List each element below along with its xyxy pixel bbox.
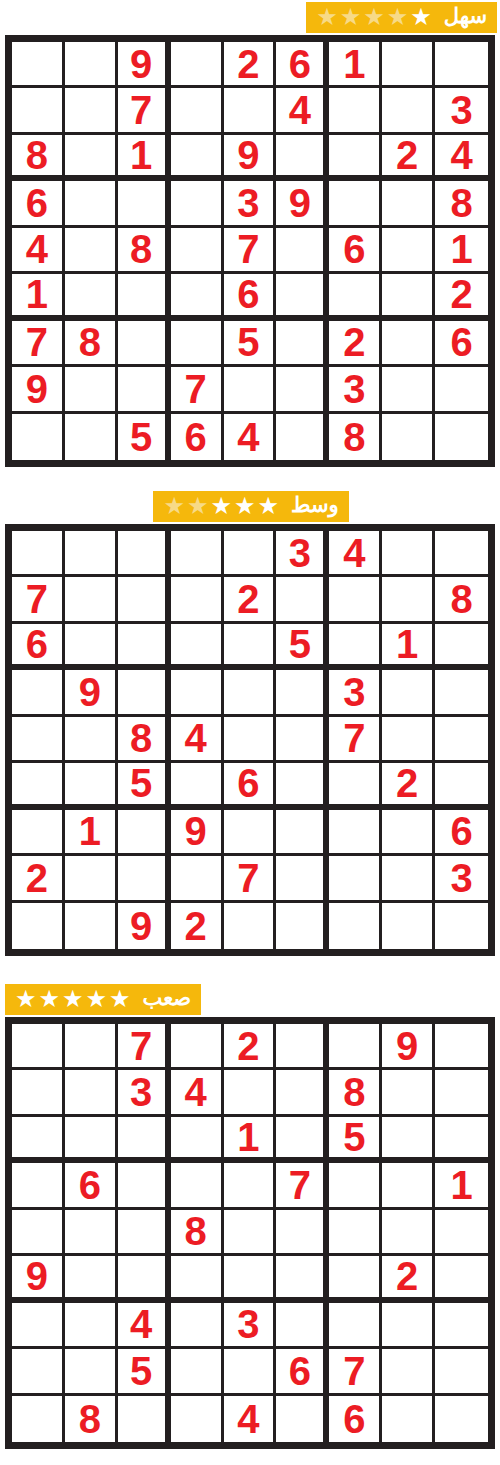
cell-r8c4[interactable] [171, 1349, 224, 1395]
cell-r2c8[interactable] [382, 577, 435, 623]
difficulty-banner-medium: ★★★★★ وسط [153, 491, 348, 522]
cell-r8c9[interactable] [435, 367, 488, 413]
cell-r3c5: 9 [224, 135, 277, 181]
cell-r6c3[interactable] [118, 274, 171, 320]
star-empty-icon: ★ [316, 5, 338, 29]
cell-r4c4[interactable] [171, 181, 224, 227]
cell-r9c6[interactable] [276, 1396, 329, 1442]
cell-r8c3: 5 [118, 1349, 171, 1395]
cell-r3c2[interactable] [65, 135, 118, 181]
cell-r7c6[interactable] [276, 321, 329, 367]
cell-r4c8[interactable] [382, 670, 435, 716]
cell-r7c8[interactable] [382, 321, 435, 367]
cell-r7c3[interactable] [118, 810, 171, 856]
cell-r3c8: 2 [382, 135, 435, 181]
cell-r1c5: 2 [224, 1024, 277, 1070]
banner-row-hard: ★★★★★ صعب [5, 984, 497, 1015]
cell-r5c3: 8 [118, 717, 171, 763]
cell-r3c6: 5 [276, 624, 329, 670]
difficulty-label-easy: سهل [444, 5, 487, 28]
cell-r5c4[interactable] [171, 228, 224, 274]
cell-r8c8[interactable] [382, 856, 435, 902]
cell-r4c8[interactable] [382, 181, 435, 227]
cell-r7c7[interactable] [329, 1303, 382, 1349]
cell-r3c5: 1 [224, 1117, 277, 1163]
sudoku-board-medium: 347286519384756219627392 [5, 524, 495, 956]
cell-r8c2[interactable] [65, 856, 118, 902]
cell-r2c7[interactable] [329, 577, 382, 623]
cell-r7c3[interactable] [118, 321, 171, 367]
cell-r5c3: 8 [118, 228, 171, 274]
cell-r5c9: 1 [435, 228, 488, 274]
cell-r6c1[interactable] [12, 763, 65, 809]
cell-r7c9[interactable] [435, 1303, 488, 1349]
banner-row-easy: ★★★★★ سهل [5, 2, 497, 33]
cell-r6c1: 1 [12, 274, 65, 320]
sudoku-board-easy: 926174381924639848761162785269735648 [5, 35, 495, 467]
cell-r6c5: 6 [224, 763, 277, 809]
cell-r3c4[interactable] [171, 135, 224, 181]
cell-r4c5[interactable] [224, 1163, 277, 1209]
cell-r2c4[interactable] [171, 88, 224, 134]
cell-r5c6[interactable] [276, 228, 329, 274]
cell-r1c6: 3 [276, 531, 329, 577]
cell-r4c6: 7 [276, 1163, 329, 1209]
cell-r8c1: 9 [12, 367, 65, 413]
star-filled-icon: ★ [234, 494, 256, 518]
cell-r1c2[interactable] [65, 42, 118, 88]
cell-r4c5[interactable] [224, 670, 277, 716]
cell-r9c3[interactable] [118, 1396, 171, 1442]
cell-r1c7: 1 [329, 42, 382, 88]
cell-r7c5: 3 [224, 1303, 277, 1349]
star-filled-icon: ★ [39, 987, 61, 1011]
cell-r4c6[interactable] [276, 670, 329, 716]
cell-r1c2[interactable] [65, 531, 118, 577]
cell-r1c3[interactable] [118, 531, 171, 577]
cell-r8c9: 3 [435, 856, 488, 902]
cell-r9c3: 5 [118, 414, 171, 460]
cell-r6c7[interactable] [329, 763, 382, 809]
cell-r6c3[interactable] [118, 1256, 171, 1302]
cell-r5c8[interactable] [382, 1210, 435, 1256]
cell-r1c8: 9 [382, 1024, 435, 1070]
cell-r5c4: 8 [171, 1210, 224, 1256]
cell-r2c6[interactable] [276, 1070, 329, 1116]
cell-r7c5: 5 [224, 321, 277, 367]
cell-r6c2[interactable] [65, 1256, 118, 1302]
cell-r8c8[interactable] [382, 367, 435, 413]
star-empty-icon: ★ [340, 5, 362, 29]
star-empty-icon: ★ [387, 5, 409, 29]
cell-r5c5: 7 [224, 228, 277, 274]
cell-r1c1[interactable] [12, 1024, 65, 1070]
star-empty-icon: ★ [163, 494, 185, 518]
cell-r9c8[interactable] [382, 1396, 435, 1442]
cell-r4c9: 8 [435, 181, 488, 227]
cell-r3c1[interactable] [12, 1117, 65, 1163]
cell-r5c1: 4 [12, 228, 65, 274]
star-empty-icon: ★ [363, 5, 385, 29]
cell-r1c7[interactable] [329, 1024, 382, 1070]
cell-r5c6[interactable] [276, 1210, 329, 1256]
cell-r1c9[interactable] [435, 1024, 488, 1070]
cell-r5c8[interactable] [382, 717, 435, 763]
cell-r3c8[interactable] [382, 1117, 435, 1163]
cell-r7c1: 7 [12, 321, 65, 367]
cell-r5c5[interactable] [224, 717, 277, 763]
cell-r2c3: 3 [118, 1070, 171, 1116]
cell-r8c5: 7 [224, 856, 277, 902]
difficulty-label-hard: صعب [143, 987, 192, 1010]
cell-r9c5: 4 [224, 1396, 277, 1442]
cell-r7c6[interactable] [276, 1303, 329, 1349]
cell-r6c2[interactable] [65, 274, 118, 320]
cell-r3c2[interactable] [65, 624, 118, 670]
cell-r2c9[interactable] [435, 1070, 488, 1116]
cell-r7c2: 8 [65, 321, 118, 367]
cell-r7c2: 1 [65, 810, 118, 856]
cell-r2c6: 4 [276, 88, 329, 134]
cell-r1c4[interactable] [171, 42, 224, 88]
cell-r9c7: 8 [329, 414, 382, 460]
cell-r2c7[interactable] [329, 88, 382, 134]
cell-r5c6[interactable] [276, 717, 329, 763]
cell-r2c6[interactable] [276, 577, 329, 623]
star-filled-icon: ★ [62, 987, 84, 1011]
cell-r9c5: 4 [224, 414, 277, 460]
cell-r9c2[interactable] [65, 414, 118, 460]
cell-r2c1[interactable] [12, 1070, 65, 1116]
cell-r8c7[interactable] [329, 856, 382, 902]
cell-r9c9[interactable] [435, 414, 488, 460]
cell-r1c8[interactable] [382, 42, 435, 88]
cell-r3c4[interactable] [171, 1117, 224, 1163]
difficulty-banner-hard: ★★★★★ صعب [5, 984, 201, 1015]
cell-r7c1[interactable] [12, 1303, 65, 1349]
cell-r3c3[interactable] [118, 1117, 171, 1163]
cell-r7c2[interactable] [65, 1303, 118, 1349]
cell-r8c4: 7 [171, 367, 224, 413]
cell-r3c7[interactable] [329, 135, 382, 181]
cell-r1c4[interactable] [171, 1024, 224, 1070]
cell-r6c5: 6 [224, 274, 277, 320]
cell-r2c8[interactable] [382, 88, 435, 134]
cell-r6c7[interactable] [329, 1256, 382, 1302]
cell-r7c6[interactable] [276, 810, 329, 856]
cell-r1c9[interactable] [435, 531, 488, 577]
cell-r6c6[interactable] [276, 763, 329, 809]
cell-r5c3[interactable] [118, 1210, 171, 1256]
cell-r1c6[interactable] [276, 1024, 329, 1070]
cell-r8c6: 6 [276, 1349, 329, 1395]
cell-r6c6[interactable] [276, 1256, 329, 1302]
cell-r7c4[interactable] [171, 1303, 224, 1349]
cell-r5c2[interactable] [65, 1210, 118, 1256]
cell-r5c7: 6 [329, 228, 382, 274]
cell-r2c8[interactable] [382, 1070, 435, 1116]
cell-r1c7: 4 [329, 531, 382, 577]
cell-r2c5: 2 [224, 577, 277, 623]
cell-r8c2[interactable] [65, 367, 118, 413]
cell-r6c5[interactable] [224, 1256, 277, 1302]
cell-r2c9: 3 [435, 88, 488, 134]
sudoku-board-hard: 7293481567189243567846 [5, 1017, 495, 1449]
cell-r9c1[interactable] [12, 414, 65, 460]
cell-r6c2[interactable] [65, 763, 118, 809]
cell-r5c4: 4 [171, 717, 224, 763]
cell-r7c8[interactable] [382, 1303, 435, 1349]
cell-r8c5[interactable] [224, 367, 277, 413]
cell-r6c4[interactable] [171, 763, 224, 809]
cell-r4c3[interactable] [118, 670, 171, 716]
cell-r7c4: 9 [171, 810, 224, 856]
cell-r9c4[interactable] [171, 1396, 224, 1442]
cell-r2c7: 8 [329, 1070, 382, 1116]
cell-r5c5[interactable] [224, 1210, 277, 1256]
cell-r9c2: 8 [65, 1396, 118, 1442]
cell-r5c7[interactable] [329, 1210, 382, 1256]
cell-r2c9: 8 [435, 577, 488, 623]
star-empty-icon: ★ [187, 494, 209, 518]
cell-r1c1[interactable] [12, 531, 65, 577]
cell-r9c3: 9 [118, 903, 171, 949]
cell-r4c9[interactable] [435, 670, 488, 716]
cell-r3c6[interactable] [276, 1117, 329, 1163]
cell-r8c1[interactable] [12, 1349, 65, 1395]
cell-r4c2: 9 [65, 670, 118, 716]
cell-r6c7[interactable] [329, 274, 382, 320]
cell-r7c7: 2 [329, 321, 382, 367]
cell-r1c3: 9 [118, 42, 171, 88]
cell-r7c8[interactable] [382, 810, 435, 856]
cell-r4c7: 3 [329, 670, 382, 716]
cell-r8c9[interactable] [435, 1349, 488, 1395]
cell-r2c4[interactable] [171, 577, 224, 623]
cell-r2c1: 7 [12, 577, 65, 623]
cell-r4c2[interactable] [65, 181, 118, 227]
cell-r4c3[interactable] [118, 1163, 171, 1209]
cell-r9c6[interactable] [276, 903, 329, 949]
cell-r7c9: 6 [435, 321, 488, 367]
cell-r6c4[interactable] [171, 1256, 224, 1302]
cell-r7c4[interactable] [171, 321, 224, 367]
cell-r6c8: 2 [382, 1256, 435, 1302]
cell-r2c5[interactable] [224, 1070, 277, 1116]
cell-r1c4[interactable] [171, 531, 224, 577]
cell-r3c2[interactable] [65, 1117, 118, 1163]
cell-r3c4[interactable] [171, 624, 224, 670]
star-filled-icon: ★ [109, 987, 131, 1011]
cell-r2c2[interactable] [65, 88, 118, 134]
cell-r8c2[interactable] [65, 1349, 118, 1395]
star-filled-icon: ★ [257, 494, 279, 518]
cell-r6c4[interactable] [171, 274, 224, 320]
cell-r4c9: 1 [435, 1163, 488, 1209]
cell-r9c6[interactable] [276, 414, 329, 460]
cell-r1c2[interactable] [65, 1024, 118, 1070]
cell-r3c3: 1 [118, 135, 171, 181]
cell-r9c1[interactable] [12, 1396, 65, 1442]
puzzle-easy: ★★★★★ سهل 926174381924639848761162785269… [0, 2, 500, 467]
cell-r7c9: 6 [435, 810, 488, 856]
cell-r6c6[interactable] [276, 274, 329, 320]
star-filled-icon: ★ [210, 494, 232, 518]
cell-r3c1: 8 [12, 135, 65, 181]
cell-r9c7[interactable] [329, 903, 382, 949]
cell-r3c8: 1 [382, 624, 435, 670]
cell-r4c1: 6 [12, 181, 65, 227]
cell-r4c8[interactable] [382, 1163, 435, 1209]
cell-r9c2[interactable] [65, 903, 118, 949]
cell-r9c5[interactable] [224, 903, 277, 949]
cell-r2c3[interactable] [118, 577, 171, 623]
cell-r9c9[interactable] [435, 1396, 488, 1442]
banner-row-medium: ★★★★★ وسط [5, 491, 497, 522]
cell-r6c1: 9 [12, 1256, 65, 1302]
cell-r2c5[interactable] [224, 88, 277, 134]
difficulty-stars-easy: ★★★★★ [316, 5, 432, 29]
cell-r1c5[interactable] [224, 531, 277, 577]
cell-r2c2[interactable] [65, 577, 118, 623]
difficulty-banner-easy: ★★★★★ سهل [306, 2, 497, 33]
cell-r6c8: 2 [382, 763, 435, 809]
cell-r4c6: 9 [276, 181, 329, 227]
cell-r3c1: 6 [12, 624, 65, 670]
cell-r4c5: 3 [224, 181, 277, 227]
cell-r2c3: 7 [118, 88, 171, 134]
cell-r3c7[interactable] [329, 624, 382, 670]
cell-r1c3: 7 [118, 1024, 171, 1070]
cell-r8c7: 7 [329, 1349, 382, 1395]
sudoku-page: { "game": "sudoku", "description": "Thre… [0, 0, 500, 1465]
cell-r4c4[interactable] [171, 670, 224, 716]
cell-r8c3[interactable] [118, 367, 171, 413]
cell-r3c5[interactable] [224, 624, 277, 670]
puzzle-medium: ★★★★★ وسط 347286519384756219627392 [0, 491, 500, 956]
star-filled-icon: ★ [15, 987, 37, 1011]
cell-r8c3[interactable] [118, 856, 171, 902]
cell-r5c1[interactable] [12, 717, 65, 763]
cell-r7c5[interactable] [224, 810, 277, 856]
cell-r4c3[interactable] [118, 181, 171, 227]
cell-r5c2[interactable] [65, 717, 118, 763]
star-filled-icon: ★ [410, 5, 432, 29]
cell-r4c1[interactable] [12, 670, 65, 716]
cell-r5c1[interactable] [12, 1210, 65, 1256]
cell-r3c9[interactable] [435, 1117, 488, 1163]
cell-r8c6[interactable] [276, 856, 329, 902]
cell-r1c1[interactable] [12, 42, 65, 88]
difficulty-stars-hard: ★★★★★ [15, 987, 131, 1011]
star-filled-icon: ★ [86, 987, 108, 1011]
cell-r3c9[interactable] [435, 624, 488, 670]
cell-r7c7[interactable] [329, 810, 382, 856]
cell-r5c2[interactable] [65, 228, 118, 274]
cell-r9c9[interactable] [435, 903, 488, 949]
cell-r6c9[interactable] [435, 763, 488, 809]
cell-r4c4[interactable] [171, 1163, 224, 1209]
cell-r9c8[interactable] [382, 903, 435, 949]
cell-r2c2[interactable] [65, 1070, 118, 1116]
cell-r7c1[interactable] [12, 810, 65, 856]
cell-r9c4: 6 [171, 414, 224, 460]
cell-r8c1: 2 [12, 856, 65, 902]
difficulty-label-medium: وسط [291, 494, 339, 517]
cell-r4c7[interactable] [329, 1163, 382, 1209]
cell-r5c7: 7 [329, 717, 382, 763]
cell-r9c4: 2 [171, 903, 224, 949]
difficulty-stars-medium: ★★★★★ [163, 494, 279, 518]
cell-r9c8[interactable] [382, 414, 435, 460]
cell-r5c9[interactable] [435, 717, 488, 763]
cell-r8c7: 3 [329, 367, 382, 413]
cell-r5c8[interactable] [382, 228, 435, 274]
cell-r9c1[interactable] [12, 903, 65, 949]
cell-r3c9: 4 [435, 135, 488, 181]
cell-r6c9: 2 [435, 274, 488, 320]
cell-r4c2: 6 [65, 1163, 118, 1209]
cell-r1c6: 6 [276, 42, 329, 88]
cell-r1c5: 2 [224, 42, 277, 88]
cell-r3c7: 5 [329, 1117, 382, 1163]
cell-r1c9[interactable] [435, 42, 488, 88]
cell-r5c9[interactable] [435, 1210, 488, 1256]
cell-r4c1[interactable] [12, 1163, 65, 1209]
cell-r8c5[interactable] [224, 1349, 277, 1395]
cell-r3c3[interactable] [118, 624, 171, 670]
cell-r6c9[interactable] [435, 1256, 488, 1302]
cell-r8c6[interactable] [276, 367, 329, 413]
cell-r3c6[interactable] [276, 135, 329, 181]
cell-r9c7: 6 [329, 1396, 382, 1442]
cell-r2c1[interactable] [12, 88, 65, 134]
cell-r8c8[interactable] [382, 1349, 435, 1395]
puzzle-hard: ★★★★★ صعب 7293481567189243567846 [0, 984, 500, 1449]
cell-r4c7[interactable] [329, 181, 382, 227]
cell-r6c8[interactable] [382, 274, 435, 320]
cell-r2c4: 4 [171, 1070, 224, 1116]
cell-r6c3: 5 [118, 763, 171, 809]
cell-r7c3: 4 [118, 1303, 171, 1349]
cell-r1c8[interactable] [382, 531, 435, 577]
cell-r8c4[interactable] [171, 856, 224, 902]
